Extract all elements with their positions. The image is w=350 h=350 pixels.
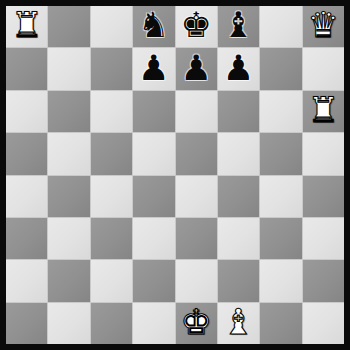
square-b5[interactable]	[48, 133, 89, 174]
square-f4[interactable]	[218, 176, 259, 217]
square-e3[interactable]	[176, 218, 217, 259]
square-h8[interactable]: ♛	[303, 6, 344, 47]
square-h6[interactable]: ♜	[303, 91, 344, 132]
square-h7[interactable]	[303, 48, 344, 89]
chess-board: ♜♞♚♝♛♟♟♟♜♚♝	[0, 0, 350, 350]
square-h1[interactable]	[303, 303, 344, 344]
square-g7[interactable]	[260, 48, 301, 89]
square-a5[interactable]	[6, 133, 47, 174]
square-a7[interactable]	[6, 48, 47, 89]
square-e1[interactable]: ♚	[176, 303, 217, 344]
square-b8[interactable]	[48, 6, 89, 47]
square-h2[interactable]	[303, 260, 344, 301]
white-queen[interactable]: ♛	[308, 8, 339, 43]
black-knight[interactable]: ♞	[138, 8, 169, 43]
square-b2[interactable]	[48, 260, 89, 301]
square-c1[interactable]	[91, 303, 132, 344]
square-f2[interactable]	[218, 260, 259, 301]
square-c2[interactable]	[91, 260, 132, 301]
square-g8[interactable]	[260, 6, 301, 47]
square-c7[interactable]	[91, 48, 132, 89]
square-d5[interactable]	[133, 133, 174, 174]
square-b4[interactable]	[48, 176, 89, 217]
square-h3[interactable]	[303, 218, 344, 259]
square-g2[interactable]	[260, 260, 301, 301]
square-b6[interactable]	[48, 91, 89, 132]
square-f6[interactable]	[218, 91, 259, 132]
square-g5[interactable]	[260, 133, 301, 174]
white-rook[interactable]: ♜	[11, 8, 42, 43]
square-c8[interactable]	[91, 6, 132, 47]
square-d2[interactable]	[133, 260, 174, 301]
square-g4[interactable]	[260, 176, 301, 217]
black-pawn[interactable]: ♟	[223, 51, 254, 86]
square-c3[interactable]	[91, 218, 132, 259]
square-a8[interactable]: ♜	[6, 6, 47, 47]
black-bishop[interactable]: ♝	[223, 8, 254, 43]
black-pawn[interactable]: ♟	[180, 51, 211, 86]
square-c6[interactable]	[91, 91, 132, 132]
square-e8[interactable]: ♚	[176, 6, 217, 47]
square-c4[interactable]	[91, 176, 132, 217]
white-rook[interactable]: ♜	[308, 93, 339, 128]
square-e7[interactable]: ♟	[176, 48, 217, 89]
square-d3[interactable]	[133, 218, 174, 259]
square-g1[interactable]	[260, 303, 301, 344]
square-a4[interactable]	[6, 176, 47, 217]
square-d7[interactable]: ♟	[133, 48, 174, 89]
black-pawn[interactable]: ♟	[138, 51, 169, 86]
square-a6[interactable]	[6, 91, 47, 132]
square-c5[interactable]	[91, 133, 132, 174]
square-a2[interactable]	[6, 260, 47, 301]
square-f5[interactable]	[218, 133, 259, 174]
square-e5[interactable]	[176, 133, 217, 174]
square-g3[interactable]	[260, 218, 301, 259]
square-h4[interactable]	[303, 176, 344, 217]
square-d6[interactable]	[133, 91, 174, 132]
square-b3[interactable]	[48, 218, 89, 259]
square-e2[interactable]	[176, 260, 217, 301]
square-b1[interactable]	[48, 303, 89, 344]
square-d8[interactable]: ♞	[133, 6, 174, 47]
square-e4[interactable]	[176, 176, 217, 217]
square-f7[interactable]: ♟	[218, 48, 259, 89]
square-f3[interactable]	[218, 218, 259, 259]
square-d1[interactable]	[133, 303, 174, 344]
square-a1[interactable]	[6, 303, 47, 344]
square-e6[interactable]	[176, 91, 217, 132]
square-f8[interactable]: ♝	[218, 6, 259, 47]
square-g6[interactable]	[260, 91, 301, 132]
square-d4[interactable]	[133, 176, 174, 217]
square-b7[interactable]	[48, 48, 89, 89]
square-f1[interactable]: ♝	[218, 303, 259, 344]
black-king[interactable]: ♚	[180, 8, 211, 43]
white-king[interactable]: ♚	[180, 305, 211, 340]
square-h5[interactable]	[303, 133, 344, 174]
white-bishop[interactable]: ♝	[223, 305, 254, 340]
square-a3[interactable]	[6, 218, 47, 259]
